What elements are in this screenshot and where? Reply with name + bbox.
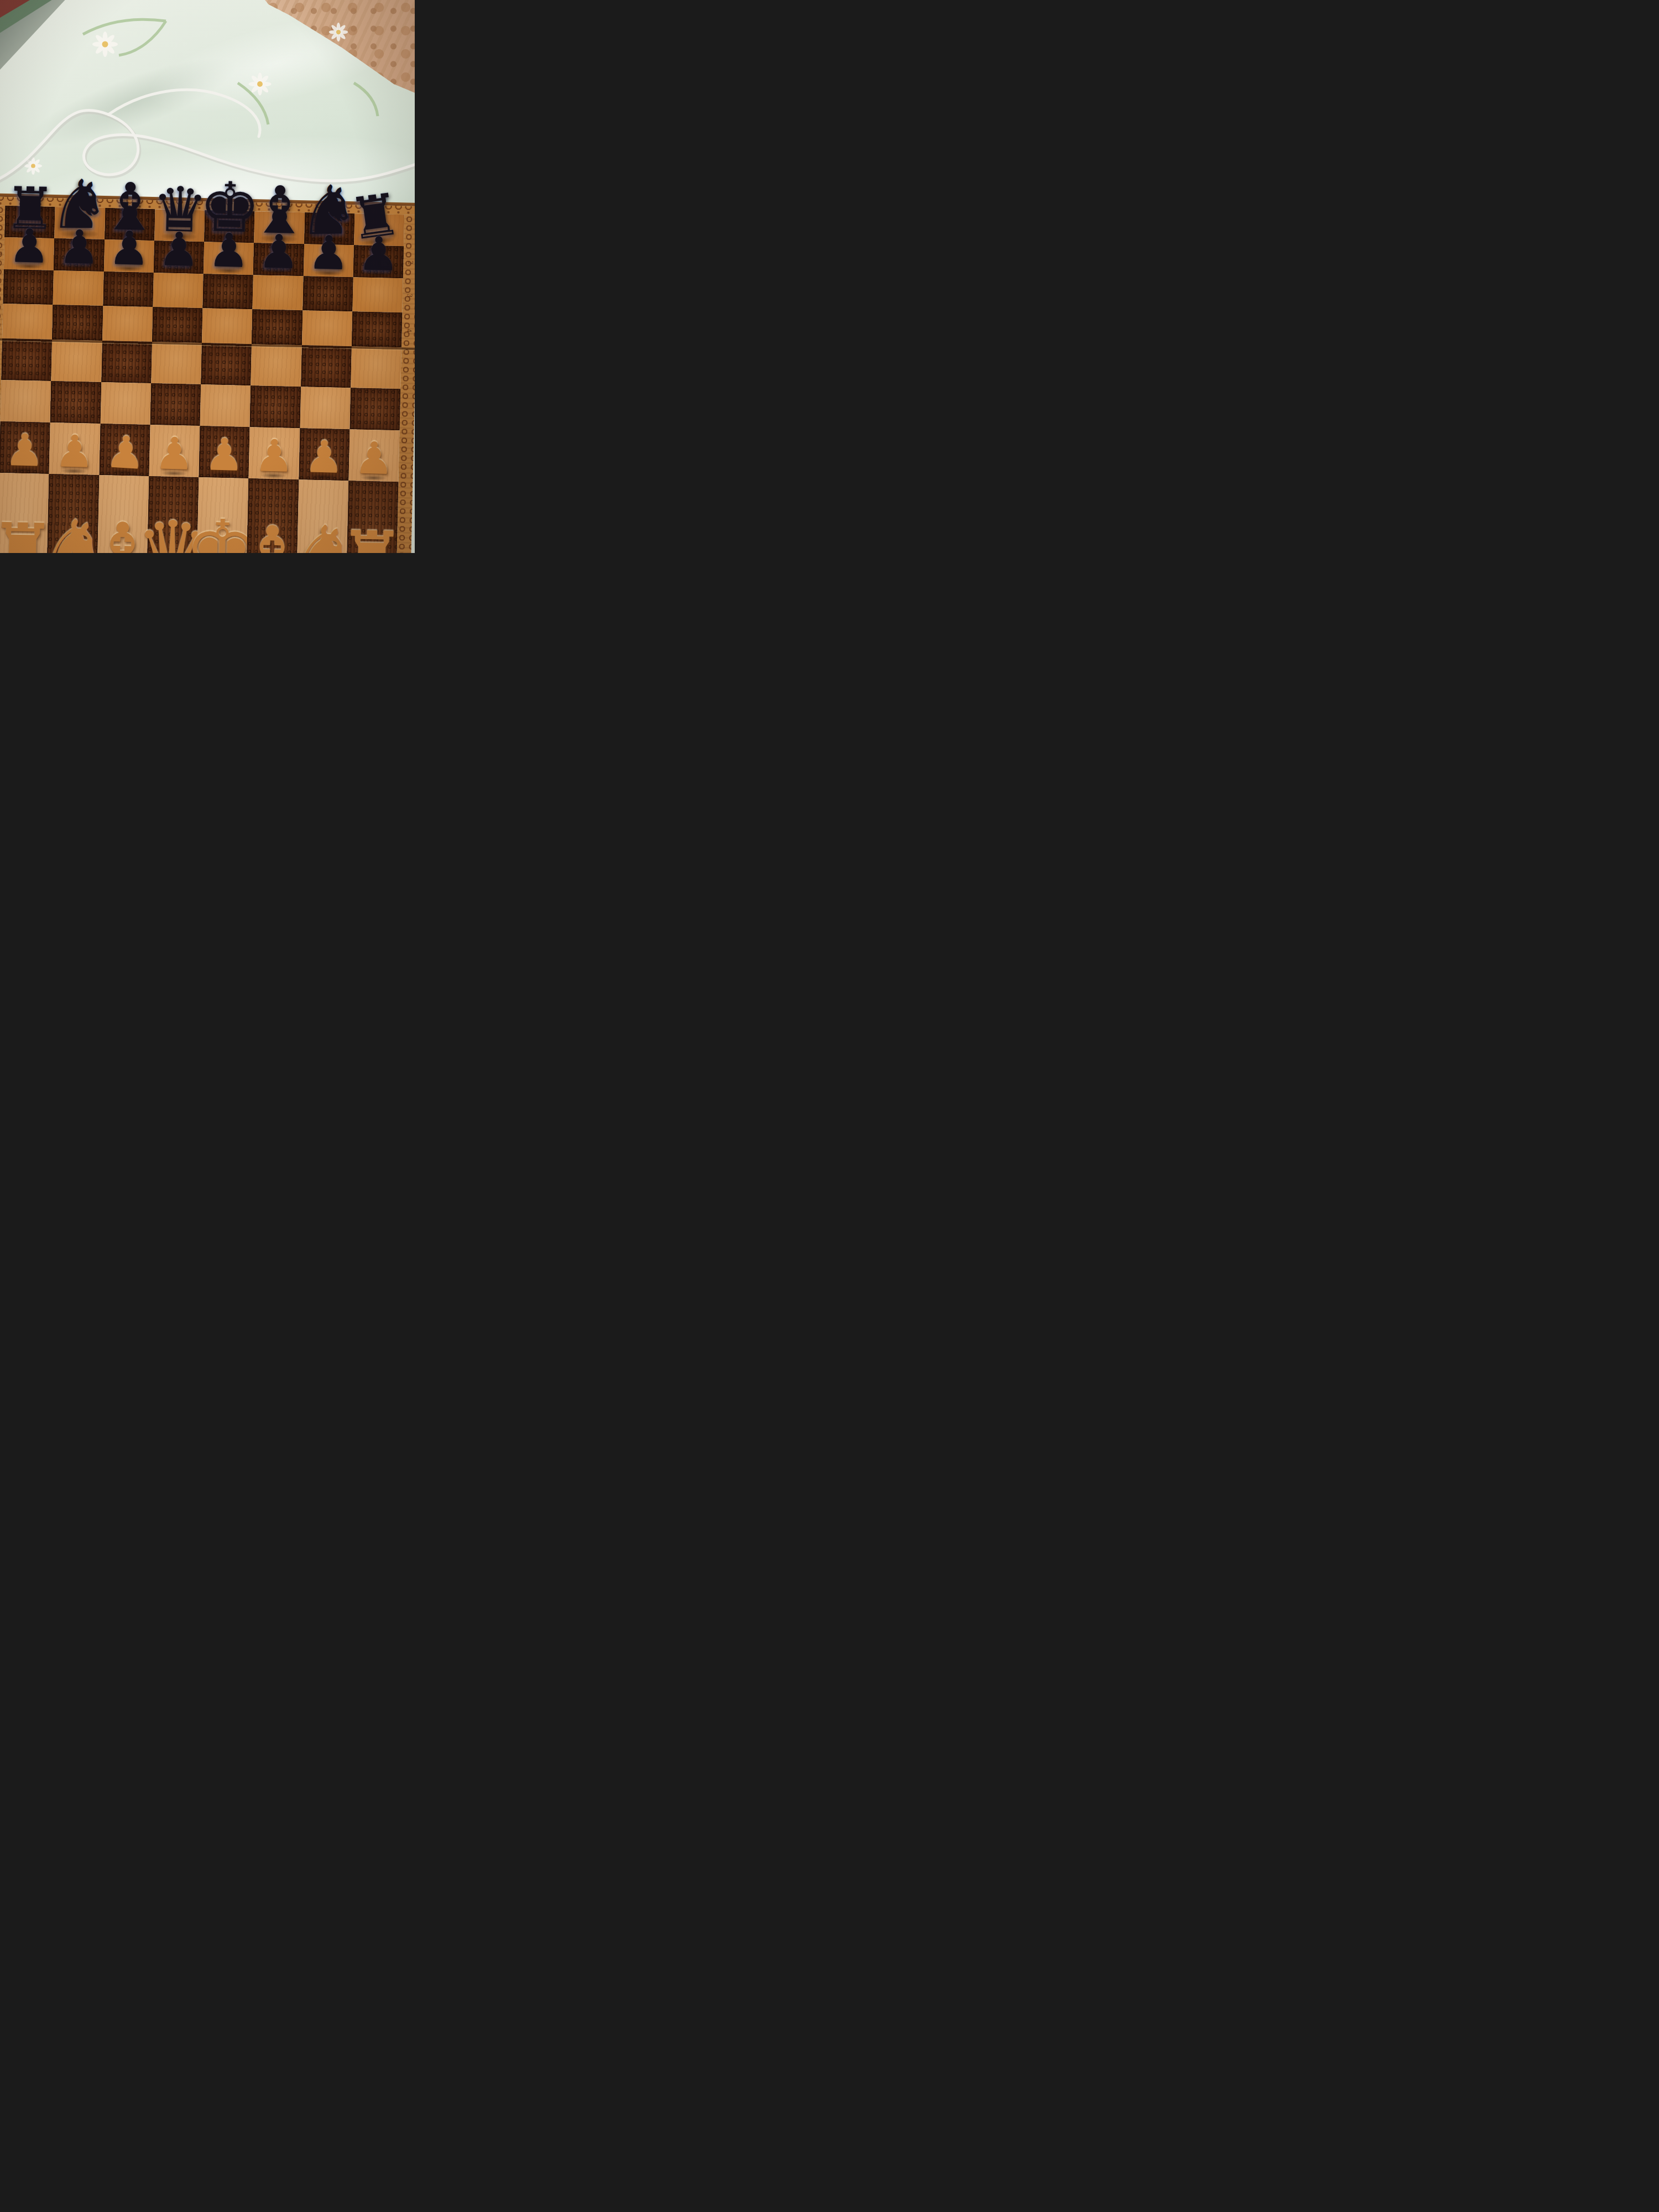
square-d7[interactable]: ♟ (154, 241, 205, 274)
square-h4[interactable] (351, 346, 401, 389)
square-a2[interactable]: ♟ (0, 421, 50, 474)
square-d4[interactable] (151, 342, 202, 384)
rank-label-left-2: 2 (0, 248, 4, 258)
piece-white-pawn[interactable]: ♟ (154, 431, 195, 477)
square-h3[interactable] (349, 388, 400, 430)
daisy-icon (24, 23, 348, 175)
scene: 2 234 ♜♞♝♛♚♝♞♜♟♟♟♟♟♟♟♟♟♟♟♟♟♟♟♟♜♞♝♛♚♝♞♜ (0, 0, 415, 553)
square-h7[interactable]: ♟ (353, 245, 404, 278)
square-c6[interactable] (103, 272, 154, 307)
square-c7[interactable]: ♟ (103, 239, 154, 273)
piece-black-pawn[interactable]: ♟ (58, 223, 101, 271)
square-b4[interactable] (51, 340, 102, 382)
piece-white-pawn[interactable]: ♟ (304, 435, 345, 480)
square-d3[interactable] (150, 383, 201, 426)
piece-black-pawn[interactable]: ♟ (8, 222, 50, 270)
patterned-blanket (241, 0, 415, 108)
piece-black-pawn[interactable]: ♟ (357, 230, 400, 278)
square-e5[interactable] (202, 308, 253, 344)
square-b5[interactable] (52, 305, 103, 341)
square-c5[interactable] (102, 306, 153, 342)
piece-black-pawn[interactable]: ♟ (108, 225, 150, 272)
square-a4[interactable] (1, 338, 52, 381)
square-b2[interactable]: ♟ (49, 422, 100, 475)
piece-white-pawn[interactable]: ♟ (204, 432, 245, 478)
rank-label-right-4: 4 (404, 326, 414, 335)
square-g6[interactable] (302, 276, 353, 311)
piece-black-pawn[interactable]: ♟ (258, 228, 300, 275)
sheet-fold-shadow (20, 41, 246, 163)
square-g5[interactable] (301, 310, 352, 346)
daisy-icon (24, 157, 42, 175)
daisy-icon (92, 32, 118, 57)
square-h6[interactable] (352, 277, 403, 312)
square-g4[interactable] (301, 345, 352, 388)
square-b3[interactable] (50, 381, 101, 424)
chess-board: 2 234 ♜♞♝♛♚♝♞♜♟♟♟♟♟♟♟♟♟♟♟♟♟♟♟♟♜♞♝♛♚♝♞♜ (0, 194, 415, 553)
piece-black-pawn[interactable]: ♟ (307, 229, 350, 276)
square-d6[interactable] (153, 273, 204, 308)
square-h1[interactable]: ♜ (346, 481, 398, 553)
square-f5[interactable] (252, 309, 302, 345)
piece-white-pawn[interactable]: ♟ (54, 429, 95, 474)
square-h5[interactable] (352, 311, 403, 347)
square-h2[interactable]: ♟ (348, 429, 399, 482)
rank-label-right-3: 3 (405, 291, 415, 300)
square-f3[interactable] (250, 385, 301, 428)
board-grid: ♜♞♝♛♚♝♞♜♟♟♟♟♟♟♟♟♟♟♟♟♟♟♟♟♜♞♝♛♚♝♞♜ (0, 206, 404, 553)
square-f6[interactable] (253, 275, 304, 310)
square-f7[interactable]: ♟ (253, 243, 304, 276)
square-e4[interactable] (201, 343, 252, 385)
piece-black-pawn[interactable]: ♟ (158, 226, 200, 273)
square-f4[interactable] (251, 344, 301, 387)
piece-white-pawn[interactable]: ♟ (353, 436, 394, 481)
square-a5[interactable] (2, 304, 53, 340)
square-d5[interactable] (152, 307, 203, 343)
rank-label-right-2: 2 (406, 258, 415, 267)
square-c4[interactable] (101, 341, 152, 383)
piece-white-rook[interactable]: ♜ (337, 521, 406, 553)
daisy-icon (248, 72, 271, 95)
square-e6[interactable] (202, 274, 253, 309)
square-g3[interactable] (300, 387, 351, 429)
square-e3[interactable] (200, 384, 251, 427)
piece-white-pawn[interactable]: ♟ (104, 430, 146, 476)
square-g7[interactable]: ♟ (303, 244, 354, 277)
square-d2[interactable]: ♟ (149, 425, 200, 477)
square-b6[interactable] (53, 270, 104, 306)
square-f2[interactable]: ♟ (249, 427, 300, 479)
piece-white-pawn[interactable]: ♟ (254, 434, 295, 479)
square-e7[interactable]: ♟ (204, 242, 254, 275)
square-e2[interactable]: ♟ (199, 426, 249, 478)
square-a7[interactable]: ♟ (4, 237, 55, 270)
piece-black-pawn[interactable]: ♟ (207, 227, 250, 274)
square-a3[interactable] (1, 380, 51, 422)
square-g2[interactable]: ♟ (299, 428, 349, 481)
square-b7[interactable]: ♟ (54, 238, 105, 272)
square-a6[interactable] (3, 269, 54, 305)
square-c3[interactable] (100, 382, 151, 425)
piece-white-pawn[interactable]: ♟ (4, 428, 45, 473)
square-c2[interactable]: ♟ (99, 424, 150, 476)
